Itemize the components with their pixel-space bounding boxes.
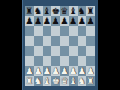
- black-pawn-piece: ♟: [25, 16, 33, 25]
- square-g7[interactable]: ♟: [34, 16, 43, 26]
- square-c4[interactable]: [69, 46, 78, 56]
- square-c6[interactable]: [69, 26, 78, 36]
- square-f5[interactable]: [43, 36, 52, 46]
- chess-board: ♜♞♝♚♛♝♞♜♟♟♟♟♟♟♟♟♟♟♟♟♟♟♟♟♜♞♝♚♛♝♞♜: [25, 6, 95, 86]
- square-f1[interactable]: ♝: [43, 76, 52, 86]
- square-c8[interactable]: ♝: [69, 6, 78, 16]
- chess-board-frame: ♜♞♝♚♛♝♞♜♟♟♟♟♟♟♟♟♟♟♟♟♟♟♟♟♜♞♝♚♛♝♞♜: [22, 0, 98, 90]
- square-a5[interactable]: [86, 36, 95, 46]
- square-e8[interactable]: ♚: [51, 6, 60, 16]
- white-bishop-piece: ♝: [43, 76, 51, 85]
- square-d5[interactable]: [60, 36, 69, 46]
- black-queen-piece: ♛: [60, 6, 68, 15]
- square-h7[interactable]: ♟: [25, 16, 34, 26]
- app-screen: ♜♞♝♚♛♝♞♜♟♟♟♟♟♟♟♟♟♟♟♟♟♟♟♟♜♞♝♚♛♝♞♜: [0, 0, 120, 90]
- square-a4[interactable]: [86, 46, 95, 56]
- black-pawn-piece: ♟: [52, 16, 60, 25]
- square-g3[interactable]: [34, 56, 43, 66]
- black-rook-piece: ♜: [87, 6, 95, 15]
- square-h6[interactable]: [25, 26, 34, 36]
- square-b4[interactable]: [78, 46, 87, 56]
- white-pawn-piece: ♟: [43, 66, 51, 75]
- square-d2[interactable]: ♟: [60, 66, 69, 76]
- white-pawn-piece: ♟: [25, 66, 33, 75]
- square-e6[interactable]: [51, 26, 60, 36]
- square-a1[interactable]: ♜: [86, 76, 95, 86]
- square-f6[interactable]: [43, 26, 52, 36]
- black-pawn-piece: ♟: [87, 16, 95, 25]
- letterbox-left: [0, 0, 22, 90]
- square-h2[interactable]: ♟: [25, 66, 34, 76]
- square-e2[interactable]: ♟: [51, 66, 60, 76]
- square-d1[interactable]: ♛: [60, 76, 69, 86]
- black-rook-piece: ♜: [25, 6, 33, 15]
- square-g4[interactable]: [34, 46, 43, 56]
- square-h8[interactable]: ♜: [25, 6, 34, 16]
- square-e5[interactable]: [51, 36, 60, 46]
- square-d4[interactable]: [60, 46, 69, 56]
- black-knight-piece: ♞: [34, 6, 42, 15]
- black-pawn-piece: ♟: [43, 16, 51, 25]
- white-pawn-piece: ♟: [78, 66, 86, 75]
- square-a6[interactable]: [86, 26, 95, 36]
- square-a7[interactable]: ♟: [86, 16, 95, 26]
- white-bishop-piece: ♝: [69, 76, 77, 85]
- white-king-piece: ♚: [52, 76, 60, 85]
- square-c5[interactable]: [69, 36, 78, 46]
- square-a8[interactable]: ♜: [86, 6, 95, 16]
- square-b2[interactable]: ♟: [78, 66, 87, 76]
- white-pawn-piece: ♟: [60, 66, 68, 75]
- square-a3[interactable]: [86, 56, 95, 66]
- square-b8[interactable]: ♞: [78, 6, 87, 16]
- black-pawn-piece: ♟: [69, 16, 77, 25]
- square-f7[interactable]: ♟: [43, 16, 52, 26]
- square-f8[interactable]: ♝: [43, 6, 52, 16]
- square-b6[interactable]: [78, 26, 87, 36]
- white-pawn-piece: ♟: [87, 66, 95, 75]
- square-c3[interactable]: [69, 56, 78, 66]
- square-e7[interactable]: ♟: [51, 16, 60, 26]
- square-c1[interactable]: ♝: [69, 76, 78, 86]
- square-e4[interactable]: [51, 46, 60, 56]
- square-d3[interactable]: [60, 56, 69, 66]
- square-g1[interactable]: ♞: [34, 76, 43, 86]
- white-knight-piece: ♞: [78, 76, 86, 85]
- black-pawn-piece: ♟: [34, 16, 42, 25]
- white-queen-piece: ♛: [60, 76, 68, 85]
- square-g2[interactable]: ♟: [34, 66, 43, 76]
- white-pawn-piece: ♟: [52, 66, 60, 75]
- square-b5[interactable]: [78, 36, 87, 46]
- black-pawn-piece: ♟: [78, 16, 86, 25]
- square-e3[interactable]: [51, 56, 60, 66]
- square-h1[interactable]: ♜: [25, 76, 34, 86]
- square-g5[interactable]: [34, 36, 43, 46]
- square-e1[interactable]: ♚: [51, 76, 60, 86]
- square-c7[interactable]: ♟: [69, 16, 78, 26]
- black-bishop-piece: ♝: [43, 6, 51, 15]
- white-rook-piece: ♜: [25, 76, 33, 85]
- white-pawn-piece: ♟: [34, 66, 42, 75]
- letterbox-right: [98, 0, 120, 90]
- square-h4[interactable]: [25, 46, 34, 56]
- square-f3[interactable]: [43, 56, 52, 66]
- black-knight-piece: ♞: [78, 6, 86, 15]
- square-c2[interactable]: ♟: [69, 66, 78, 76]
- square-b1[interactable]: ♞: [78, 76, 87, 86]
- white-rook-piece: ♜: [87, 76, 95, 85]
- square-f4[interactable]: [43, 46, 52, 56]
- square-f2[interactable]: ♟: [43, 66, 52, 76]
- black-bishop-piece: ♝: [69, 6, 77, 15]
- square-g8[interactable]: ♞: [34, 6, 43, 16]
- black-king-piece: ♚: [52, 6, 60, 15]
- square-b7[interactable]: ♟: [78, 16, 87, 26]
- square-h3[interactable]: [25, 56, 34, 66]
- square-b3[interactable]: [78, 56, 87, 66]
- black-pawn-piece: ♟: [60, 16, 68, 25]
- square-d8[interactable]: ♛: [60, 6, 69, 16]
- square-h5[interactable]: [25, 36, 34, 46]
- white-pawn-piece: ♟: [69, 66, 77, 75]
- white-knight-piece: ♞: [34, 76, 42, 85]
- square-d6[interactable]: [60, 26, 69, 36]
- square-d7[interactable]: ♟: [60, 16, 69, 26]
- square-g6[interactable]: [34, 26, 43, 36]
- square-a2[interactable]: ♟: [86, 66, 95, 76]
